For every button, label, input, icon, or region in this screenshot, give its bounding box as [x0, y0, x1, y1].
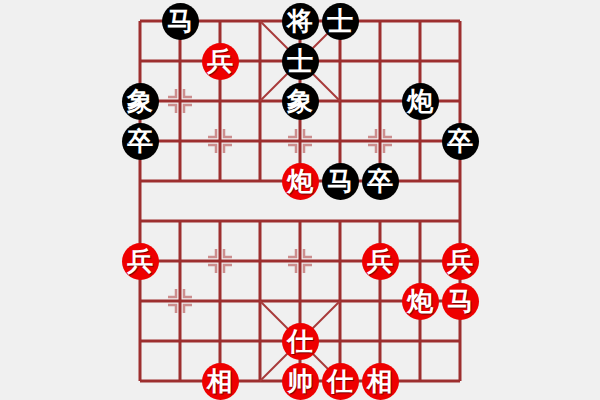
star-point-mark: [288, 129, 296, 137]
star-point-mark: [184, 89, 192, 97]
star-point-mark: [304, 265, 312, 273]
star-point-mark: [384, 145, 392, 153]
piece-red-advisor[interactable]: 仕: [282, 323, 319, 360]
piece-black-horse[interactable]: 马: [322, 163, 359, 200]
star-point-mark: [288, 145, 296, 153]
star-point-mark: [208, 249, 216, 257]
piece-red-soldier[interactable]: 兵: [122, 243, 159, 280]
piece-black-general[interactable]: 将: [282, 3, 319, 40]
star-point-mark: [168, 105, 176, 113]
star-point-mark: [208, 129, 216, 137]
piece-black-advisor[interactable]: 士: [282, 43, 319, 80]
piece-black-soldier[interactable]: 卒: [442, 123, 479, 160]
piece-black-horse[interactable]: 马: [162, 3, 199, 40]
piece-black-soldier[interactable]: 卒: [362, 163, 399, 200]
star-point-mark: [384, 129, 392, 137]
star-point-mark: [304, 145, 312, 153]
star-point-mark: [184, 289, 192, 297]
piece-black-elephant[interactable]: 象: [282, 83, 319, 120]
star-point-mark: [224, 129, 232, 137]
piece-red-soldier[interactable]: 兵: [202, 43, 239, 80]
star-point-mark: [184, 105, 192, 113]
star-point-mark: [208, 145, 216, 153]
star-point-mark: [224, 145, 232, 153]
star-point-mark: [304, 249, 312, 257]
xiangqi-board-screenshot: 马将士兵士象象炮卒卒炮马卒兵兵兵炮马仕相帅仕相: [0, 0, 600, 400]
piece-red-soldier[interactable]: 兵: [442, 243, 479, 280]
piece-red-general[interactable]: 帅: [282, 363, 319, 400]
piece-red-elephant[interactable]: 相: [362, 363, 399, 400]
star-point-mark: [168, 89, 176, 97]
piece-red-elephant[interactable]: 相: [202, 363, 239, 400]
star-point-mark: [168, 289, 176, 297]
piece-black-cannon[interactable]: 炮: [402, 83, 439, 120]
star-point-mark: [304, 129, 312, 137]
star-point-mark: [288, 249, 296, 257]
star-point-mark: [168, 305, 176, 313]
star-point-mark: [368, 129, 376, 137]
piece-black-elephant[interactable]: 象: [122, 83, 159, 120]
piece-black-soldier[interactable]: 卒: [122, 123, 159, 160]
piece-red-advisor[interactable]: 仕: [322, 363, 359, 400]
star-point-mark: [224, 265, 232, 273]
piece-red-cannon[interactable]: 炮: [282, 163, 319, 200]
piece-black-advisor[interactable]: 士: [322, 3, 359, 40]
star-point-mark: [184, 305, 192, 313]
star-point-mark: [208, 265, 216, 273]
piece-red-horse[interactable]: 马: [442, 283, 479, 320]
piece-red-soldier[interactable]: 兵: [362, 243, 399, 280]
piece-red-cannon[interactable]: 炮: [402, 283, 439, 320]
star-point-mark: [288, 265, 296, 273]
star-point-mark: [224, 249, 232, 257]
star-point-mark: [368, 145, 376, 153]
